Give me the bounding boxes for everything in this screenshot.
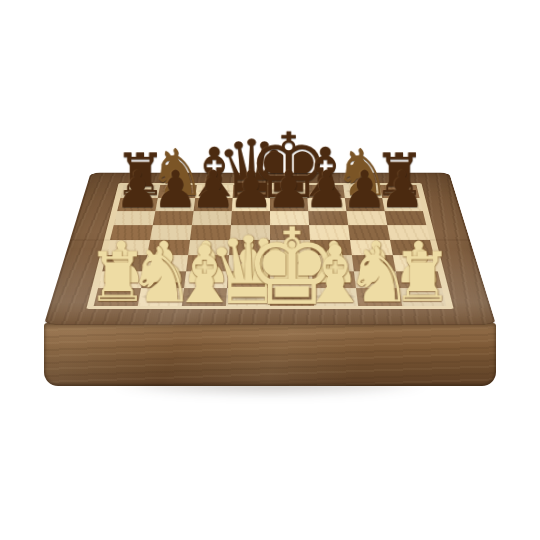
square-e8[interactable] xyxy=(270,185,307,198)
board-3d: ♜♞♝♛♚♝♞♜♟♟♟♟♟♟♟♟♟♟♟♟♟♟♟♟♜♞♝♛♚♝♞♜ xyxy=(44,173,496,325)
square-c7[interactable] xyxy=(194,198,233,211)
square-f8[interactable] xyxy=(307,185,345,198)
square-b6[interactable] xyxy=(153,211,194,225)
square-a6[interactable] xyxy=(114,211,156,225)
box-front-face xyxy=(44,323,496,386)
square-a8[interactable] xyxy=(120,185,160,198)
square-h8[interactable] xyxy=(380,185,420,198)
square-b7[interactable] xyxy=(155,198,195,211)
rook-glyph: ♜ xyxy=(392,243,453,312)
square-d8[interactable] xyxy=(233,185,270,198)
square-b8[interactable] xyxy=(158,185,197,198)
square-g7[interactable] xyxy=(345,198,385,211)
square-a7[interactable] xyxy=(117,198,158,211)
square-c8[interactable] xyxy=(195,185,233,198)
square-h6[interactable] xyxy=(385,211,427,225)
square-g8[interactable] xyxy=(343,185,382,198)
chess-set-photo: ♜♞♝♛♚♝♞♜♟♟♟♟♟♟♟♟♟♟♟♟♟♟♟♟♜♞♝♛♚♝♞♜ xyxy=(0,0,540,540)
square-h7[interactable] xyxy=(382,198,423,211)
square-g6[interactable] xyxy=(346,211,387,225)
